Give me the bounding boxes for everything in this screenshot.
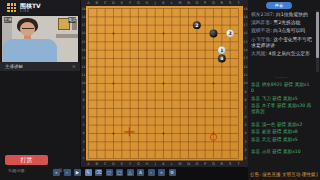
app-header: 围棋TV LIVE: [0, 0, 80, 15]
chat-panel: 弹幕 棋友2387: 白1挂角挺快的清风弈客: 黑2先拆边稳观棋不语: 白3点角…: [248, 0, 320, 180]
svg-text:3: 3: [244, 140, 246, 144]
svg-text:O: O: [195, 1, 198, 5]
svg-text:1: 1: [244, 156, 246, 160]
svg-text:N: N: [187, 1, 190, 5]
svg-text:4: 4: [244, 131, 246, 135]
stone-R14: 1: [218, 46, 226, 54]
system-message: 恭喜 木子李 获得 奖励x20 再接再厉: [251, 103, 312, 115]
svg-text:5: 5: [244, 123, 246, 127]
webcam-tag-left: 主播: [4, 17, 12, 23]
svg-text:6: 6: [82, 115, 84, 119]
svg-text:3: 3: [229, 31, 232, 36]
prev-move-button[interactable]: ‹: [64, 169, 71, 176]
svg-text:12: 12: [81, 65, 85, 69]
rewind-button[interactable]: «: [53, 169, 60, 176]
chat-username: 小飞守角: [251, 37, 270, 42]
svg-text:J: J: [154, 1, 156, 5]
app-logo-icon: [7, 3, 16, 12]
scrollbar-thumb[interactable]: [316, 12, 319, 58]
eraser-tool-button[interactable]: ⌫: [95, 169, 102, 176]
svg-text:2: 2: [244, 148, 246, 152]
svg-text:1: 1: [82, 156, 84, 160]
svg-text:19: 19: [81, 7, 85, 11]
label-tool-button[interactable]: A: [137, 169, 144, 176]
svg-text:H: H: [145, 1, 148, 5]
app-subtitle: LIVE: [20, 9, 30, 13]
svg-text:18: 18: [243, 15, 247, 19]
svg-text:12: 12: [243, 65, 247, 69]
stone-S16: 3: [226, 30, 234, 38]
system-message: 恭喜 小目 获得 奖励x10: [251, 149, 312, 155]
svg-text:18: 18: [81, 15, 85, 19]
svg-text:1: 1: [220, 48, 223, 53]
svg-text:6: 6: [244, 115, 246, 119]
tip-button[interactable]: 打赏: [5, 155, 48, 165]
stream-info-bar: 主播讲解 ×: [0, 62, 80, 71]
svg-text:11: 11: [81, 73, 85, 77]
play-button[interactable]: ▶: [74, 169, 81, 176]
svg-text:16: 16: [243, 31, 247, 35]
streamer-torso: [3, 39, 57, 62]
chat-username: 大局观: [251, 51, 265, 56]
svg-text:10: 10: [81, 81, 85, 85]
chat-username: 棋友2387: [251, 12, 273, 17]
left-panel: 围棋TV LIVE 主播 高清 主播讲解 × 打赏 礼物记录 余额 0: [0, 0, 80, 180]
chat-scrollbar[interactable]: [316, 10, 319, 72]
chat-username: 观棋不语: [251, 28, 270, 33]
settings-button[interactable]: ⚙: [169, 169, 176, 176]
svg-text:13: 13: [81, 56, 85, 60]
svg-text:7: 7: [244, 106, 246, 110]
triangle-tool-button[interactable]: △: [127, 169, 134, 176]
svg-text:14: 14: [243, 48, 247, 52]
svg-text:7: 7: [82, 106, 84, 110]
svg-text:D: D: [112, 162, 115, 166]
svg-text:O: O: [195, 162, 198, 166]
svg-text:17: 17: [81, 23, 85, 27]
svg-text:F: F: [129, 162, 131, 166]
chat-divider: ———: [248, 75, 314, 81]
chat-message: 棋友2387: 白1挂角挺快的: [251, 12, 312, 18]
chat-message: 观棋不语: 白3点角可以吗: [251, 28, 312, 34]
svg-text:19: 19: [243, 7, 247, 11]
svg-text:8: 8: [244, 98, 246, 102]
stone-R13: 4: [218, 55, 226, 63]
chat-message: 清风弈客: 黑2先拆边稳: [251, 20, 312, 26]
webcam-tag-right: 高清: [68, 17, 76, 23]
chat-message: 大局观: 4扳之后白怎么定形: [251, 51, 312, 57]
svg-text:4: 4: [220, 56, 223, 61]
svg-text:F: F: [129, 1, 131, 5]
svg-text:5: 5: [82, 123, 84, 127]
svg-text:14: 14: [81, 48, 85, 52]
svg-text:3: 3: [82, 140, 84, 144]
svg-text:M: M: [179, 162, 182, 166]
svg-text:16: 16: [81, 31, 85, 35]
background-shelf: [56, 34, 78, 38]
forward-button[interactable]: »: [158, 169, 165, 176]
circle-tool-button[interactable]: ○: [106, 169, 113, 176]
chat-tab[interactable]: 弹幕: [266, 2, 292, 9]
svg-text:L: L: [171, 1, 173, 5]
square-tool-button[interactable]: □: [116, 169, 123, 176]
svg-text:9: 9: [244, 90, 246, 94]
svg-text:M: M: [179, 1, 182, 5]
svg-text:H: H: [145, 162, 148, 166]
chat-list: 棋友2387: 白1挂角挺快的清风弈客: 黑2先拆边稳观棋不语: 白3点角可以吗…: [251, 12, 312, 75]
streamer-glasses: [22, 28, 34, 31]
pen-tool-button[interactable]: ✎: [85, 169, 92, 176]
svg-text:11: 11: [243, 73, 247, 77]
svg-text:17: 17: [243, 23, 247, 27]
svg-text:8: 8: [82, 98, 84, 102]
svg-text:N: N: [187, 162, 190, 166]
stream-title: 主播讲解: [5, 62, 23, 71]
system-message: 恭喜 飞刀 获得 奖励x5: [251, 96, 312, 102]
svg-text:Q: Q: [212, 162, 215, 166]
go-board[interactable]: AABBCCDDEEFFGGHHJJKKLLMMNNOOPPQQRRSSTT19…: [81, 0, 248, 167]
svg-text:G: G: [137, 162, 140, 166]
app-root: 围棋TV LIVE 主播 高清 主播讲解 × 打赏 礼物记录 余额 0 AABB…: [0, 0, 320, 180]
svg-text:15: 15: [81, 40, 85, 44]
svg-text:L: L: [171, 162, 173, 166]
close-icon[interactable]: ×: [72, 62, 76, 71]
system-message: 恭喜 老张 获得 奖励x8: [251, 129, 312, 135]
svg-text:15: 15: [243, 40, 247, 44]
chat-message: 小飞守角: 这个变化黑不亏吧 求老师讲讲: [251, 37, 312, 49]
webcam-video: 主播 高清: [2, 16, 78, 62]
next-move-button[interactable]: ›: [148, 169, 155, 176]
svg-text:J: J: [154, 162, 156, 166]
svg-text:2: 2: [82, 148, 84, 152]
system-message: 恭喜 清一色 获得 奖励x2: [251, 122, 312, 128]
svg-text:D: D: [112, 1, 115, 5]
stone-Q16: [210, 30, 218, 38]
svg-text:Q: Q: [212, 1, 215, 5]
svg-text:13: 13: [243, 56, 247, 60]
board-toolbar: «‹▶✎⌫○□△A›»⚙: [53, 169, 193, 177]
stone-O17: 2: [193, 21, 201, 29]
svg-text:9: 9: [82, 90, 84, 94]
svg-text:2: 2: [195, 23, 198, 28]
system-message: 恭喜 天元 获得 奖励x5: [251, 137, 312, 143]
system-message-list: 恭喜 棋友8921 获得 奖励x10恭喜 飞刀 获得 奖励x5恭喜 木子李 获得…: [251, 82, 312, 168]
system-message: 恭喜 棋友8921 获得 奖励x10: [251, 82, 312, 94]
svg-text:10: 10: [243, 81, 247, 85]
chat-username: 清风弈客: [251, 20, 270, 25]
gift-record-link[interactable]: 礼物记录: [8, 168, 25, 173]
svg-text:4: 4: [82, 131, 84, 135]
svg-text:G: G: [137, 1, 140, 5]
announcement-marquee: 公告: 绿色直播 文明互动 理性娱乐: [250, 172, 318, 178]
